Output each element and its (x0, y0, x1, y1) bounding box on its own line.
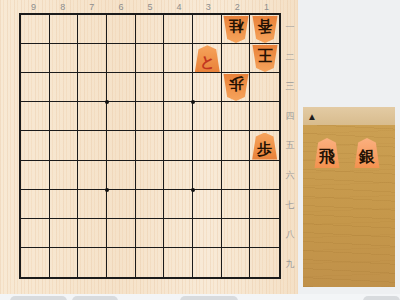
hoshi-dot (105, 100, 109, 104)
rank-label: 二 (282, 43, 298, 73)
rank-labels: 一二三四五六七八九 (282, 13, 298, 279)
board-square[interactable] (50, 219, 79, 248)
hand-header: ▲ (303, 107, 395, 125)
hoshi-dot (105, 188, 109, 192)
board-square[interactable] (21, 190, 50, 219)
board-square[interactable] (50, 131, 79, 160)
piece-kanji: 王 (257, 45, 272, 65)
board-square[interactable] (50, 73, 79, 102)
rank-label: 六 (282, 161, 298, 191)
board-square[interactable] (107, 44, 136, 73)
board-square[interactable] (222, 131, 251, 160)
board-square[interactable] (136, 190, 165, 219)
cutoff-button[interactable] (10, 296, 67, 300)
piece-kanji: 歩 (229, 74, 244, 94)
board-square[interactable] (222, 44, 251, 73)
board-square[interactable] (250, 190, 279, 219)
board-square[interactable] (193, 190, 222, 219)
board-square[interactable] (78, 248, 107, 277)
file-label: 5 (135, 0, 164, 13)
rank-label: 三 (282, 72, 298, 102)
rank-label: 八 (282, 220, 298, 250)
board-square[interactable] (193, 248, 222, 277)
board-square[interactable] (250, 248, 279, 277)
toolbar-strip (0, 294, 400, 300)
board-square[interactable] (21, 161, 50, 190)
board-square[interactable] (107, 131, 136, 160)
board-square[interactable] (21, 15, 50, 44)
board-square[interactable] (136, 73, 165, 102)
hoshi-dot (191, 188, 195, 192)
board-square[interactable] (107, 248, 136, 277)
board-square[interactable] (78, 15, 107, 44)
board-square[interactable] (164, 73, 193, 102)
rank-label: 四 (282, 102, 298, 132)
piece-kanji: 銀 (359, 145, 375, 168)
board-square[interactable] (136, 15, 165, 44)
rank-label: 五 (282, 131, 298, 161)
board-square[interactable] (250, 219, 279, 248)
board-square[interactable] (222, 161, 251, 190)
board-square[interactable] (50, 15, 79, 44)
board-square[interactable] (107, 73, 136, 102)
board-square[interactable] (164, 102, 193, 131)
cutoff-button[interactable] (180, 296, 238, 300)
rank-label: 一 (282, 13, 298, 43)
board-square[interactable] (136, 102, 165, 131)
sente-turn-marker: ▲ (307, 111, 317, 122)
board-square[interactable] (136, 248, 165, 277)
board-square[interactable] (136, 161, 165, 190)
board-square[interactable] (107, 102, 136, 131)
board-square[interactable] (193, 131, 222, 160)
board-square[interactable] (50, 248, 79, 277)
board-square[interactable] (21, 131, 50, 160)
board-square[interactable] (164, 219, 193, 248)
board-square[interactable] (193, 219, 222, 248)
board-square[interactable] (78, 131, 107, 160)
file-label: 1 (252, 0, 281, 13)
hand-piece-rook[interactable]: 飛 (314, 138, 340, 168)
board-square[interactable] (164, 161, 193, 190)
file-label: 7 (77, 0, 106, 13)
board-square[interactable] (107, 190, 136, 219)
file-label: 9 (19, 0, 48, 13)
hand-panel: ▲ 飛銀 (303, 107, 395, 287)
file-label: 4 (165, 0, 194, 13)
piece-kanji: 歩 (257, 139, 272, 159)
board-square[interactable] (193, 161, 222, 190)
board-square[interactable] (78, 102, 107, 131)
board-square[interactable] (107, 15, 136, 44)
rank-label: 九 (282, 249, 298, 279)
board-square[interactable] (164, 44, 193, 73)
board-square[interactable] (21, 102, 50, 131)
board-square[interactable] (193, 102, 222, 131)
piece-kanji: 桂 (229, 16, 244, 36)
board-square[interactable] (21, 73, 50, 102)
board-square[interactable] (164, 190, 193, 219)
komadai-tray: 飛銀 (303, 125, 395, 287)
board-grid: 桂香王と歩歩 (19, 13, 281, 279)
board-square[interactable] (78, 73, 107, 102)
board-square[interactable] (21, 44, 50, 73)
board-square[interactable] (164, 15, 193, 44)
file-label: 2 (223, 0, 252, 13)
board-square[interactable] (107, 219, 136, 248)
board-square[interactable] (78, 219, 107, 248)
board-square[interactable] (136, 219, 165, 248)
board-square[interactable] (136, 131, 165, 160)
board-square[interactable] (193, 15, 222, 44)
file-labels: 987654321 (19, 0, 281, 13)
cutoff-button[interactable] (363, 296, 400, 300)
piece-kanji: と (200, 52, 215, 72)
board-square[interactable] (250, 73, 279, 102)
piece-kanji: 飛 (319, 145, 335, 168)
hoshi-dot (191, 100, 195, 104)
file-label: 6 (106, 0, 135, 13)
file-label: 8 (48, 0, 77, 13)
board-square[interactable] (21, 248, 50, 277)
hand-piece-silver[interactable]: 銀 (354, 138, 380, 168)
rank-label: 七 (282, 190, 298, 220)
board-square[interactable] (222, 219, 251, 248)
file-label: 3 (194, 0, 223, 13)
board-square[interactable] (50, 44, 79, 73)
board-square[interactable] (250, 161, 279, 190)
shogi-board-panel: 987654321 桂香王と歩歩 一二三四五六七八九 (0, 0, 298, 294)
board-square[interactable] (164, 248, 193, 277)
board-square[interactable] (222, 248, 251, 277)
board-square[interactable] (78, 190, 107, 219)
board-square[interactable] (50, 102, 79, 131)
piece-kanji: 香 (257, 16, 272, 36)
board-square[interactable] (222, 102, 251, 131)
board-square[interactable] (50, 161, 79, 190)
board-square[interactable] (193, 73, 222, 102)
board-square[interactable] (136, 44, 165, 73)
board-square[interactable] (78, 44, 107, 73)
board-square[interactable] (107, 161, 136, 190)
board-square[interactable] (21, 219, 50, 248)
board-square[interactable] (50, 190, 79, 219)
board-square[interactable] (164, 131, 193, 160)
board-square[interactable] (250, 102, 279, 131)
board-square[interactable] (222, 190, 251, 219)
board-square[interactable] (78, 161, 107, 190)
cutoff-button[interactable] (72, 296, 118, 300)
